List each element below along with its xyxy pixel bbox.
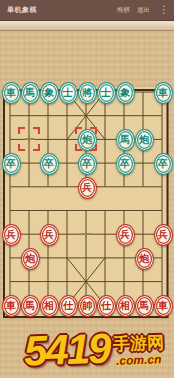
piece-label: 卒 xyxy=(158,157,168,171)
piece-label: 卒 xyxy=(6,157,16,171)
piece-black-將[interactable]: 將 xyxy=(78,82,97,104)
piece-red-仕[interactable]: 仕 xyxy=(59,295,78,317)
piece-label: 卒 xyxy=(120,157,130,171)
title-bar: 单机象棋 悔棋 退出 ⋮ xyxy=(0,0,174,21)
overflow-menu-icon[interactable]: ⋮ xyxy=(157,5,171,15)
app-screen: 单机象棋 悔棋 退出 ⋮ xyxy=(0,0,174,378)
piece-label: 相 xyxy=(120,299,130,313)
piece-black-炮[interactable]: 炮 xyxy=(78,129,97,151)
piece-red-兵[interactable]: 兵 xyxy=(2,224,21,246)
piece-black-象[interactable]: 象 xyxy=(116,82,135,104)
piece-red-炮[interactable]: 炮 xyxy=(135,248,154,270)
menu-item-exit[interactable]: 退出 xyxy=(137,6,150,15)
piece-black-士[interactable]: 士 xyxy=(59,82,78,104)
piece-black-炮[interactable]: 炮 xyxy=(135,129,154,151)
piece-red-馬[interactable]: 馬 xyxy=(21,295,40,317)
piece-label: 兵 xyxy=(120,228,130,242)
piece-label: 仕 xyxy=(63,299,73,313)
piece-red-帥[interactable]: 帥 xyxy=(78,295,97,317)
piece-red-兵[interactable]: 兵 xyxy=(78,177,97,199)
piece-label: 馬 xyxy=(120,133,130,147)
point-marker-icon xyxy=(82,230,91,239)
piece-label: 相 xyxy=(44,299,54,313)
piece-label: 卒 xyxy=(44,157,54,171)
piece-black-車[interactable]: 車 xyxy=(154,82,173,104)
piece-red-兵[interactable]: 兵 xyxy=(116,224,135,246)
xiangqi-board[interactable]: 車馬象士將士象車炮馬炮卒卒卒卒卒兵兵兵兵兵炮炮車馬相仕帥仕相馬車 xyxy=(0,0,174,378)
piece-label: 士 xyxy=(101,86,111,100)
piece-label: 馬 xyxy=(25,86,35,100)
piece-black-馬[interactable]: 馬 xyxy=(116,129,135,151)
piece-black-卒[interactable]: 卒 xyxy=(40,153,59,175)
piece-red-相[interactable]: 相 xyxy=(116,295,135,317)
piece-black-車[interactable]: 車 xyxy=(2,82,21,104)
piece-label: 車 xyxy=(158,86,168,100)
piece-red-仕[interactable]: 仕 xyxy=(97,295,116,317)
piece-label: 馬 xyxy=(139,299,149,313)
piece-label: 將 xyxy=(82,86,92,100)
piece-label: 卒 xyxy=(82,157,92,171)
piece-label: 馬 xyxy=(25,299,35,313)
piece-label: 兵 xyxy=(82,180,92,194)
piece-label: 兵 xyxy=(6,228,16,242)
piece-label: 車 xyxy=(158,299,168,313)
piece-label: 炮 xyxy=(139,133,149,147)
piece-red-炮[interactable]: 炮 xyxy=(21,248,40,270)
piece-red-車[interactable]: 車 xyxy=(2,295,21,317)
piece-red-兵[interactable]: 兵 xyxy=(40,224,59,246)
piece-label: 炮 xyxy=(25,251,35,265)
piece-black-卒[interactable]: 卒 xyxy=(154,153,173,175)
piece-label: 兵 xyxy=(158,228,168,242)
piece-label: 象 xyxy=(120,86,130,100)
piece-black-卒[interactable]: 卒 xyxy=(2,153,21,175)
piece-label: 象 xyxy=(44,86,54,100)
menu-item-undo[interactable]: 悔棋 xyxy=(117,6,130,15)
piece-red-兵[interactable]: 兵 xyxy=(154,224,173,246)
piece-label: 炮 xyxy=(139,251,149,265)
piece-black-卒[interactable]: 卒 xyxy=(116,153,135,175)
piece-label: 士 xyxy=(63,86,73,100)
piece-black-卒[interactable]: 卒 xyxy=(78,153,97,175)
piece-red-相[interactable]: 相 xyxy=(40,295,59,317)
app-title: 单机象棋 xyxy=(7,5,37,15)
piece-label: 兵 xyxy=(44,228,54,242)
piece-label: 炮 xyxy=(82,133,92,147)
piece-red-馬[interactable]: 馬 xyxy=(135,295,154,317)
piece-label: 帥 xyxy=(82,299,92,313)
piece-label: 車 xyxy=(6,299,16,313)
piece-label: 仕 xyxy=(101,299,111,313)
point-marker-icon xyxy=(25,135,34,144)
titlebar-underlay-strip xyxy=(0,20,174,31)
piece-label: 車 xyxy=(6,86,16,100)
piece-black-馬[interactable]: 馬 xyxy=(21,82,40,104)
piece-black-士[interactable]: 士 xyxy=(97,82,116,104)
piece-black-象[interactable]: 象 xyxy=(40,82,59,104)
action-menu: 悔棋 退出 ⋮ xyxy=(117,0,171,20)
piece-red-車[interactable]: 車 xyxy=(154,295,173,317)
